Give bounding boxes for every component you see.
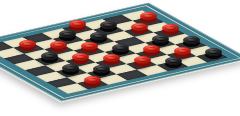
red-checker[interactable] xyxy=(69,20,86,28)
red-checker[interactable] xyxy=(72,53,89,61)
black-checker[interactable] xyxy=(165,57,182,65)
black-checker[interactable] xyxy=(90,32,107,40)
black-checker[interactable] xyxy=(205,48,222,56)
red-checker[interactable] xyxy=(134,56,151,64)
red-checker[interactable] xyxy=(19,40,36,48)
red-checker[interactable] xyxy=(84,76,101,84)
red-checker[interactable] xyxy=(50,41,67,49)
black-checker[interactable] xyxy=(112,44,129,52)
red-checker[interactable] xyxy=(162,24,179,32)
black-checker[interactable] xyxy=(62,64,79,72)
photo-stage xyxy=(0,0,240,116)
black-checker[interactable] xyxy=(93,65,110,73)
black-checker[interactable] xyxy=(152,35,169,43)
checkers-board xyxy=(0,3,240,102)
red-checker[interactable] xyxy=(131,23,148,31)
black-checker[interactable] xyxy=(100,21,117,29)
red-checker[interactable] xyxy=(140,12,157,20)
black-checker[interactable] xyxy=(41,52,58,60)
red-checker[interactable] xyxy=(174,47,191,55)
